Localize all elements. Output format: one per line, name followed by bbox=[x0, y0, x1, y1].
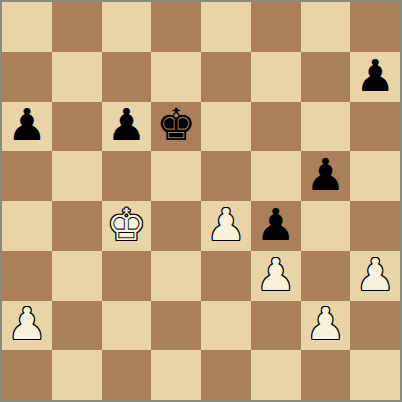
square-a3[interactable] bbox=[2, 251, 52, 301]
black-king[interactable]: ♚ bbox=[156, 103, 195, 147]
square-c7[interactable] bbox=[102, 52, 152, 102]
square-c4[interactable]: ♚ bbox=[102, 201, 152, 251]
square-d4[interactable] bbox=[151, 201, 201, 251]
black-pawn[interactable]: ♟ bbox=[256, 203, 295, 247]
square-f1[interactable] bbox=[251, 350, 301, 400]
square-b4[interactable] bbox=[52, 201, 102, 251]
square-d2[interactable] bbox=[151, 301, 201, 351]
square-b5[interactable] bbox=[52, 151, 102, 201]
square-d1[interactable] bbox=[151, 350, 201, 400]
square-a8[interactable] bbox=[2, 2, 52, 52]
square-d7[interactable] bbox=[151, 52, 201, 102]
square-c2[interactable] bbox=[102, 301, 152, 351]
square-b6[interactable] bbox=[52, 102, 102, 152]
black-pawn[interactable]: ♟ bbox=[306, 153, 345, 197]
square-d3[interactable] bbox=[151, 251, 201, 301]
square-g4[interactable] bbox=[301, 201, 351, 251]
white-pawn[interactable]: ♟ bbox=[7, 302, 46, 346]
square-e2[interactable] bbox=[201, 301, 251, 351]
square-e8[interactable] bbox=[201, 2, 251, 52]
square-c3[interactable] bbox=[102, 251, 152, 301]
square-h4[interactable] bbox=[350, 201, 400, 251]
square-f7[interactable] bbox=[251, 52, 301, 102]
square-a2[interactable]: ♟ bbox=[2, 301, 52, 351]
square-g6[interactable] bbox=[301, 102, 351, 152]
square-f8[interactable] bbox=[251, 2, 301, 52]
black-pawn[interactable]: ♟ bbox=[7, 103, 46, 147]
chess-board: ♟♟♟♚♟♚♟♟♟♟♟♟ bbox=[0, 0, 402, 402]
square-d8[interactable] bbox=[151, 2, 201, 52]
square-e5[interactable] bbox=[201, 151, 251, 201]
white-pawn[interactable]: ♟ bbox=[206, 203, 245, 247]
square-a7[interactable] bbox=[2, 52, 52, 102]
square-f3[interactable]: ♟ bbox=[251, 251, 301, 301]
square-f6[interactable] bbox=[251, 102, 301, 152]
square-a5[interactable] bbox=[2, 151, 52, 201]
square-h6[interactable] bbox=[350, 102, 400, 152]
white-king[interactable]: ♚ bbox=[107, 203, 146, 247]
square-e3[interactable] bbox=[201, 251, 251, 301]
square-b7[interactable] bbox=[52, 52, 102, 102]
square-a4[interactable] bbox=[2, 201, 52, 251]
square-g8[interactable] bbox=[301, 2, 351, 52]
square-h8[interactable] bbox=[350, 2, 400, 52]
white-pawn[interactable]: ♟ bbox=[355, 253, 394, 297]
square-h3[interactable]: ♟ bbox=[350, 251, 400, 301]
square-c5[interactable] bbox=[102, 151, 152, 201]
square-f2[interactable] bbox=[251, 301, 301, 351]
square-b3[interactable] bbox=[52, 251, 102, 301]
square-d5[interactable] bbox=[151, 151, 201, 201]
black-pawn[interactable]: ♟ bbox=[355, 54, 394, 98]
square-a6[interactable]: ♟ bbox=[2, 102, 52, 152]
square-c1[interactable] bbox=[102, 350, 152, 400]
square-h1[interactable] bbox=[350, 350, 400, 400]
square-g7[interactable] bbox=[301, 52, 351, 102]
square-e6[interactable] bbox=[201, 102, 251, 152]
square-b2[interactable] bbox=[52, 301, 102, 351]
white-pawn[interactable]: ♟ bbox=[256, 253, 295, 297]
square-d6[interactable]: ♚ bbox=[151, 102, 201, 152]
square-b1[interactable] bbox=[52, 350, 102, 400]
square-a1[interactable] bbox=[2, 350, 52, 400]
square-e1[interactable] bbox=[201, 350, 251, 400]
square-g5[interactable]: ♟ bbox=[301, 151, 351, 201]
square-h2[interactable] bbox=[350, 301, 400, 351]
square-h5[interactable] bbox=[350, 151, 400, 201]
square-g3[interactable] bbox=[301, 251, 351, 301]
black-pawn[interactable]: ♟ bbox=[107, 103, 146, 147]
square-h7[interactable]: ♟ bbox=[350, 52, 400, 102]
square-b8[interactable] bbox=[52, 2, 102, 52]
square-f5[interactable] bbox=[251, 151, 301, 201]
square-c6[interactable]: ♟ bbox=[102, 102, 152, 152]
square-e4[interactable]: ♟ bbox=[201, 201, 251, 251]
square-g1[interactable] bbox=[301, 350, 351, 400]
square-g2[interactable]: ♟ bbox=[301, 301, 351, 351]
white-pawn[interactable]: ♟ bbox=[306, 302, 345, 346]
square-e7[interactable] bbox=[201, 52, 251, 102]
square-c8[interactable] bbox=[102, 2, 152, 52]
square-f4[interactable]: ♟ bbox=[251, 201, 301, 251]
